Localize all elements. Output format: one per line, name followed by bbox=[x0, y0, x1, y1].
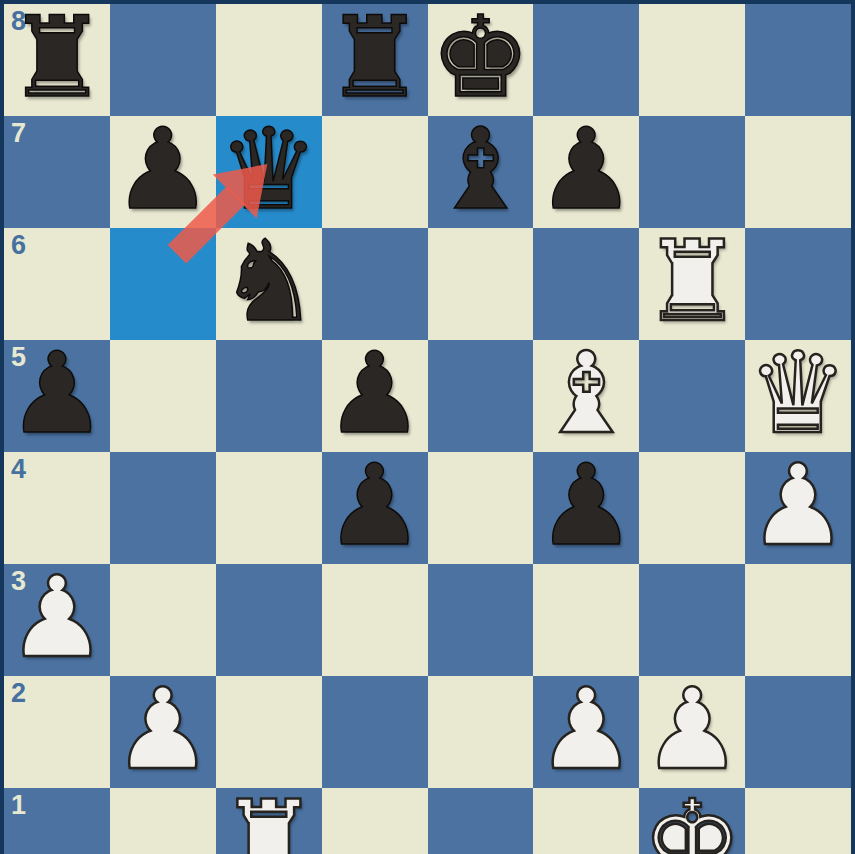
square-a7[interactable]: 7 bbox=[4, 116, 110, 228]
square-d1[interactable]: d bbox=[322, 788, 428, 854]
square-c2[interactable] bbox=[216, 676, 322, 788]
square-f6[interactable] bbox=[533, 228, 639, 340]
piece-white-pawn-f2[interactable]: ♟ bbox=[536, 673, 636, 785]
piece-black-king-e8[interactable]: ♚ bbox=[430, 1, 530, 113]
square-d8[interactable]: ♜ bbox=[322, 4, 428, 116]
piece-white-rook-c1[interactable]: ♜ bbox=[218, 785, 318, 854]
square-h1[interactable]: h bbox=[745, 788, 851, 854]
square-b7[interactable]: ♟ bbox=[110, 116, 216, 228]
square-f8[interactable] bbox=[533, 4, 639, 116]
square-g4[interactable] bbox=[639, 452, 745, 564]
square-b5[interactable] bbox=[110, 340, 216, 452]
square-h2[interactable] bbox=[745, 676, 851, 788]
chess-board-frame: 8♜♜♚7♟♛♝♟6♞♜5♟♟♝♛4♟♟♟3♟2♟♟♟1abc♜defg♚h bbox=[0, 0, 855, 854]
square-d2[interactable] bbox=[322, 676, 428, 788]
square-a4[interactable]: 4 bbox=[4, 452, 110, 564]
square-d4[interactable]: ♟ bbox=[322, 452, 428, 564]
rank-label-1: 1 bbox=[11, 792, 26, 819]
square-e5[interactable] bbox=[428, 340, 534, 452]
piece-white-bishop-f5[interactable]: ♝ bbox=[536, 337, 636, 449]
square-a2[interactable]: 2 bbox=[4, 676, 110, 788]
square-a5[interactable]: 5♟ bbox=[4, 340, 110, 452]
square-d5[interactable]: ♟ bbox=[322, 340, 428, 452]
square-e6[interactable] bbox=[428, 228, 534, 340]
piece-black-rook-a8[interactable]: ♜ bbox=[7, 1, 107, 113]
square-e4[interactable] bbox=[428, 452, 534, 564]
piece-white-pawn-g2[interactable]: ♟ bbox=[642, 673, 742, 785]
piece-black-pawn-f4[interactable]: ♟ bbox=[536, 449, 636, 561]
square-b2[interactable]: ♟ bbox=[110, 676, 216, 788]
piece-white-pawn-h4[interactable]: ♟ bbox=[748, 449, 848, 561]
square-g5[interactable] bbox=[639, 340, 745, 452]
piece-black-pawn-d5[interactable]: ♟ bbox=[324, 337, 424, 449]
square-e8[interactable]: ♚ bbox=[428, 4, 534, 116]
rank-label-4: 4 bbox=[11, 456, 26, 483]
rank-label-2: 2 bbox=[11, 680, 26, 707]
square-d6[interactable] bbox=[322, 228, 428, 340]
piece-white-queen-h5[interactable]: ♛ bbox=[748, 337, 848, 449]
square-a3[interactable]: 3♟ bbox=[4, 564, 110, 676]
square-f5[interactable]: ♝ bbox=[533, 340, 639, 452]
square-c7[interactable]: ♛ bbox=[216, 116, 322, 228]
square-c8[interactable] bbox=[216, 4, 322, 116]
square-h6[interactable] bbox=[745, 228, 851, 340]
piece-white-rook-g6[interactable]: ♜ bbox=[642, 225, 742, 337]
piece-black-pawn-d4[interactable]: ♟ bbox=[324, 449, 424, 561]
square-g8[interactable] bbox=[639, 4, 745, 116]
piece-black-queen-c7[interactable]: ♛ bbox=[218, 113, 318, 225]
square-c3[interactable] bbox=[216, 564, 322, 676]
piece-white-king-g1[interactable]: ♚ bbox=[642, 785, 742, 854]
square-c4[interactable] bbox=[216, 452, 322, 564]
square-g1[interactable]: g♚ bbox=[639, 788, 745, 854]
piece-black-rook-d8[interactable]: ♜ bbox=[324, 1, 424, 113]
square-f2[interactable]: ♟ bbox=[533, 676, 639, 788]
piece-black-bishop-e7[interactable]: ♝ bbox=[430, 113, 530, 225]
piece-black-pawn-f7[interactable]: ♟ bbox=[536, 113, 636, 225]
square-b4[interactable] bbox=[110, 452, 216, 564]
square-f1[interactable]: f bbox=[533, 788, 639, 854]
square-h8[interactable] bbox=[745, 4, 851, 116]
square-g7[interactable] bbox=[639, 116, 745, 228]
square-h5[interactable]: ♛ bbox=[745, 340, 851, 452]
square-g2[interactable]: ♟ bbox=[639, 676, 745, 788]
square-c5[interactable] bbox=[216, 340, 322, 452]
square-a8[interactable]: 8♜ bbox=[4, 4, 110, 116]
square-a1[interactable]: 1a bbox=[4, 788, 110, 854]
square-e1[interactable]: e bbox=[428, 788, 534, 854]
square-f7[interactable]: ♟ bbox=[533, 116, 639, 228]
square-e7[interactable]: ♝ bbox=[428, 116, 534, 228]
square-d7[interactable] bbox=[322, 116, 428, 228]
chess-board: 8♜♜♚7♟♛♝♟6♞♜5♟♟♝♛4♟♟♟3♟2♟♟♟1abc♜defg♚h bbox=[4, 4, 851, 850]
square-h4[interactable]: ♟ bbox=[745, 452, 851, 564]
piece-white-pawn-b2[interactable]: ♟ bbox=[113, 673, 213, 785]
square-e3[interactable] bbox=[428, 564, 534, 676]
square-b6[interactable] bbox=[110, 228, 216, 340]
square-d3[interactable] bbox=[322, 564, 428, 676]
square-b3[interactable] bbox=[110, 564, 216, 676]
square-f4[interactable]: ♟ bbox=[533, 452, 639, 564]
square-g3[interactable] bbox=[639, 564, 745, 676]
square-b8[interactable] bbox=[110, 4, 216, 116]
piece-black-pawn-a5[interactable]: ♟ bbox=[7, 337, 107, 449]
square-b1[interactable]: b bbox=[110, 788, 216, 854]
rank-label-7: 7 bbox=[11, 120, 26, 147]
square-a6[interactable]: 6 bbox=[4, 228, 110, 340]
square-c6[interactable]: ♞ bbox=[216, 228, 322, 340]
square-f3[interactable] bbox=[533, 564, 639, 676]
square-e2[interactable] bbox=[428, 676, 534, 788]
piece-black-pawn-b7[interactable]: ♟ bbox=[113, 113, 213, 225]
square-h3[interactable] bbox=[745, 564, 851, 676]
square-c1[interactable]: c♜ bbox=[216, 788, 322, 854]
square-g6[interactable]: ♜ bbox=[639, 228, 745, 340]
piece-black-knight-c6[interactable]: ♞ bbox=[218, 225, 318, 337]
piece-white-pawn-a3[interactable]: ♟ bbox=[7, 561, 107, 673]
square-h7[interactable] bbox=[745, 116, 851, 228]
rank-label-6: 6 bbox=[11, 232, 26, 259]
